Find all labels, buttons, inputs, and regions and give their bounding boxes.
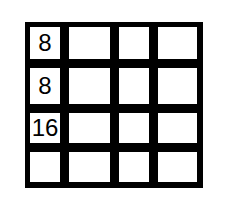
- cell-r4c4[interactable]: [158, 152, 197, 182]
- cell-r1c2[interactable]: [69, 27, 110, 59]
- board-grid: 8 8 16: [25, 22, 203, 188]
- cell-r4c2[interactable]: [69, 152, 110, 182]
- cell-r4c1[interactable]: [30, 152, 60, 182]
- cell-r3c4[interactable]: [158, 113, 197, 143]
- cell-r2c3[interactable]: [119, 68, 149, 104]
- page: 8 8 16: [0, 0, 249, 209]
- cell-r3c2[interactable]: [69, 113, 110, 143]
- cell-r3c3[interactable]: [119, 113, 149, 143]
- cell-r2c1[interactable]: 8: [30, 68, 60, 104]
- cell-r2c2[interactable]: [69, 68, 110, 104]
- cell-r3c1[interactable]: 16: [30, 113, 60, 143]
- cell-r1c1[interactable]: 8: [30, 27, 60, 59]
- cell-r2c4[interactable]: [158, 68, 197, 104]
- cell-r4c3[interactable]: [119, 152, 149, 182]
- cell-r1c4[interactable]: [158, 27, 197, 59]
- cell-r1c3[interactable]: [119, 27, 149, 59]
